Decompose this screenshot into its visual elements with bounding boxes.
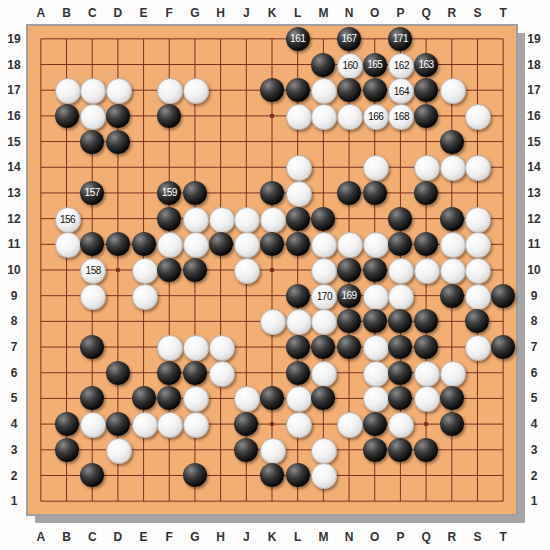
point-T1[interactable] — [490, 488, 516, 514]
point-B16[interactable] — [54, 103, 80, 129]
point-R1[interactable] — [439, 488, 465, 514]
point-M17[interactable] — [311, 77, 337, 103]
point-Q4[interactable] — [413, 411, 439, 437]
point-H10[interactable] — [208, 257, 234, 283]
point-H7[interactable] — [208, 334, 234, 360]
point-A18[interactable] — [28, 52, 54, 78]
point-C1[interactable] — [79, 488, 105, 514]
point-K5[interactable] — [259, 386, 285, 412]
point-S12[interactable] — [465, 206, 491, 232]
point-H19[interactable] — [208, 26, 234, 52]
point-R8[interactable] — [439, 309, 465, 335]
point-N19[interactable]: 167 — [336, 26, 362, 52]
point-C15[interactable] — [79, 129, 105, 155]
point-H8[interactable] — [208, 309, 234, 335]
point-F4[interactable] — [156, 411, 182, 437]
point-R15[interactable] — [439, 129, 465, 155]
point-T13[interactable] — [490, 180, 516, 206]
point-M7[interactable] — [311, 334, 337, 360]
point-M3[interactable] — [311, 437, 337, 463]
point-N18[interactable]: 160 — [336, 52, 362, 78]
point-C13[interactable]: 157 — [79, 180, 105, 206]
point-A5[interactable] — [28, 386, 54, 412]
point-T19[interactable] — [490, 26, 516, 52]
point-H11[interactable] — [208, 231, 234, 257]
point-T14[interactable] — [490, 154, 516, 180]
point-F7[interactable] — [156, 334, 182, 360]
point-J5[interactable] — [233, 386, 259, 412]
point-N12[interactable] — [336, 206, 362, 232]
point-K1[interactable] — [259, 488, 285, 514]
point-K9[interactable] — [259, 283, 285, 309]
point-N9[interactable]: 169 — [336, 283, 362, 309]
point-E15[interactable] — [131, 129, 157, 155]
point-C5[interactable] — [79, 386, 105, 412]
point-O12[interactable] — [362, 206, 388, 232]
point-K8[interactable] — [259, 309, 285, 335]
point-G2[interactable] — [182, 463, 208, 489]
point-O15[interactable] — [362, 129, 388, 155]
point-E5[interactable] — [131, 386, 157, 412]
point-L10[interactable] — [285, 257, 311, 283]
point-R9[interactable] — [439, 283, 465, 309]
point-T6[interactable] — [490, 360, 516, 386]
point-D11[interactable] — [105, 231, 131, 257]
point-E7[interactable] — [131, 334, 157, 360]
point-A12[interactable] — [28, 206, 54, 232]
point-C17[interactable] — [79, 77, 105, 103]
point-S8[interactable] — [465, 309, 491, 335]
point-P9[interactable] — [388, 283, 414, 309]
point-F2[interactable] — [156, 463, 182, 489]
point-R5[interactable] — [439, 386, 465, 412]
point-P14[interactable] — [388, 154, 414, 180]
point-N15[interactable] — [336, 129, 362, 155]
point-E13[interactable] — [131, 180, 157, 206]
point-H12[interactable] — [208, 206, 234, 232]
point-D18[interactable] — [105, 52, 131, 78]
point-L14[interactable] — [285, 154, 311, 180]
point-G16[interactable] — [182, 103, 208, 129]
point-J10[interactable] — [233, 257, 259, 283]
point-A7[interactable] — [28, 334, 54, 360]
point-B14[interactable] — [54, 154, 80, 180]
point-H5[interactable] — [208, 386, 234, 412]
point-O16[interactable]: 166 — [362, 103, 388, 129]
point-J4[interactable] — [233, 411, 259, 437]
point-S11[interactable] — [465, 231, 491, 257]
point-G4[interactable] — [182, 411, 208, 437]
point-E8[interactable] — [131, 309, 157, 335]
point-G3[interactable] — [182, 437, 208, 463]
point-K13[interactable] — [259, 180, 285, 206]
point-H13[interactable] — [208, 180, 234, 206]
point-E18[interactable] — [131, 52, 157, 78]
point-D13[interactable] — [105, 180, 131, 206]
point-H17[interactable] — [208, 77, 234, 103]
point-F16[interactable] — [156, 103, 182, 129]
point-P10[interactable] — [388, 257, 414, 283]
point-N5[interactable] — [336, 386, 362, 412]
point-S15[interactable] — [465, 129, 491, 155]
point-A2[interactable] — [28, 463, 54, 489]
point-C7[interactable] — [79, 334, 105, 360]
point-B3[interactable] — [54, 437, 80, 463]
point-Q16[interactable] — [413, 103, 439, 129]
point-L3[interactable] — [285, 437, 311, 463]
point-K18[interactable] — [259, 52, 285, 78]
point-S19[interactable] — [465, 26, 491, 52]
point-S7[interactable] — [465, 334, 491, 360]
point-B19[interactable] — [54, 26, 80, 52]
point-S5[interactable] — [465, 386, 491, 412]
point-L11[interactable] — [285, 231, 311, 257]
point-L1[interactable] — [285, 488, 311, 514]
point-S9[interactable] — [465, 283, 491, 309]
point-N6[interactable] — [336, 360, 362, 386]
point-C12[interactable] — [79, 206, 105, 232]
point-Q8[interactable] — [413, 309, 439, 335]
point-S13[interactable] — [465, 180, 491, 206]
point-M4[interactable] — [311, 411, 337, 437]
point-J9[interactable] — [233, 283, 259, 309]
point-C19[interactable] — [79, 26, 105, 52]
point-Q5[interactable] — [413, 386, 439, 412]
point-H1[interactable] — [208, 488, 234, 514]
point-E14[interactable] — [131, 154, 157, 180]
point-H3[interactable] — [208, 437, 234, 463]
point-G10[interactable] — [182, 257, 208, 283]
point-R7[interactable] — [439, 334, 465, 360]
point-C4[interactable] — [79, 411, 105, 437]
point-J15[interactable] — [233, 129, 259, 155]
point-P7[interactable] — [388, 334, 414, 360]
point-E4[interactable] — [131, 411, 157, 437]
point-R16[interactable] — [439, 103, 465, 129]
point-H16[interactable] — [208, 103, 234, 129]
point-G11[interactable] — [182, 231, 208, 257]
point-F3[interactable] — [156, 437, 182, 463]
point-R10[interactable] — [439, 257, 465, 283]
point-O11[interactable] — [362, 231, 388, 257]
point-G19[interactable] — [182, 26, 208, 52]
point-M18[interactable] — [311, 52, 337, 78]
point-P8[interactable] — [388, 309, 414, 335]
point-S14[interactable] — [465, 154, 491, 180]
point-A17[interactable] — [28, 77, 54, 103]
point-A6[interactable] — [28, 360, 54, 386]
point-P17[interactable]: 164 — [388, 77, 414, 103]
point-S6[interactable] — [465, 360, 491, 386]
point-R3[interactable] — [439, 437, 465, 463]
point-G14[interactable] — [182, 154, 208, 180]
point-N8[interactable] — [336, 309, 362, 335]
point-F14[interactable] — [156, 154, 182, 180]
point-C8[interactable] — [79, 309, 105, 335]
point-N17[interactable] — [336, 77, 362, 103]
point-A15[interactable] — [28, 129, 54, 155]
point-M16[interactable] — [311, 103, 337, 129]
point-Q10[interactable] — [413, 257, 439, 283]
point-P6[interactable] — [388, 360, 414, 386]
point-N3[interactable] — [336, 437, 362, 463]
point-P12[interactable] — [388, 206, 414, 232]
point-L17[interactable] — [285, 77, 311, 103]
point-F11[interactable] — [156, 231, 182, 257]
point-R2[interactable] — [439, 463, 465, 489]
point-Q6[interactable] — [413, 360, 439, 386]
point-F8[interactable] — [156, 309, 182, 335]
point-C16[interactable] — [79, 103, 105, 129]
point-T15[interactable] — [490, 129, 516, 155]
point-E16[interactable] — [131, 103, 157, 129]
point-R17[interactable] — [439, 77, 465, 103]
point-O10[interactable] — [362, 257, 388, 283]
point-G17[interactable] — [182, 77, 208, 103]
point-E12[interactable] — [131, 206, 157, 232]
point-B2[interactable] — [54, 463, 80, 489]
point-H18[interactable] — [208, 52, 234, 78]
point-T3[interactable] — [490, 437, 516, 463]
point-M9[interactable]: 170 — [311, 283, 337, 309]
point-A14[interactable] — [28, 154, 54, 180]
point-H2[interactable] — [208, 463, 234, 489]
point-D6[interactable] — [105, 360, 131, 386]
point-C2[interactable] — [79, 463, 105, 489]
point-J19[interactable] — [233, 26, 259, 52]
point-O8[interactable] — [362, 309, 388, 335]
point-O7[interactable] — [362, 334, 388, 360]
point-A3[interactable] — [28, 437, 54, 463]
point-J8[interactable] — [233, 309, 259, 335]
point-B13[interactable] — [54, 180, 80, 206]
point-D7[interactable] — [105, 334, 131, 360]
point-T18[interactable] — [490, 52, 516, 78]
point-L15[interactable] — [285, 129, 311, 155]
point-M10[interactable] — [311, 257, 337, 283]
point-K12[interactable] — [259, 206, 285, 232]
point-E3[interactable] — [131, 437, 157, 463]
point-C18[interactable] — [79, 52, 105, 78]
point-K17[interactable] — [259, 77, 285, 103]
point-P15[interactable] — [388, 129, 414, 155]
point-O5[interactable] — [362, 386, 388, 412]
point-O4[interactable] — [362, 411, 388, 437]
point-O18[interactable]: 165 — [362, 52, 388, 78]
point-O3[interactable] — [362, 437, 388, 463]
point-D2[interactable] — [105, 463, 131, 489]
point-N1[interactable] — [336, 488, 362, 514]
point-L7[interactable] — [285, 334, 311, 360]
point-M12[interactable] — [311, 206, 337, 232]
point-B6[interactable] — [54, 360, 80, 386]
point-R13[interactable] — [439, 180, 465, 206]
point-T11[interactable] — [490, 231, 516, 257]
point-B8[interactable] — [54, 309, 80, 335]
point-B1[interactable] — [54, 488, 80, 514]
point-T16[interactable] — [490, 103, 516, 129]
point-D5[interactable] — [105, 386, 131, 412]
point-R4[interactable] — [439, 411, 465, 437]
point-A1[interactable] — [28, 488, 54, 514]
point-L9[interactable] — [285, 283, 311, 309]
point-G15[interactable] — [182, 129, 208, 155]
point-B18[interactable] — [54, 52, 80, 78]
point-J1[interactable] — [233, 488, 259, 514]
point-D9[interactable] — [105, 283, 131, 309]
point-G6[interactable] — [182, 360, 208, 386]
point-Q15[interactable] — [413, 129, 439, 155]
point-Q9[interactable] — [413, 283, 439, 309]
point-A13[interactable] — [28, 180, 54, 206]
point-J6[interactable] — [233, 360, 259, 386]
point-S18[interactable] — [465, 52, 491, 78]
point-O9[interactable] — [362, 283, 388, 309]
point-F19[interactable] — [156, 26, 182, 52]
point-E10[interactable] — [131, 257, 157, 283]
point-E17[interactable] — [131, 77, 157, 103]
point-L13[interactable] — [285, 180, 311, 206]
point-T7[interactable] — [490, 334, 516, 360]
point-F6[interactable] — [156, 360, 182, 386]
point-Q11[interactable] — [413, 231, 439, 257]
point-D1[interactable] — [105, 488, 131, 514]
point-M15[interactable] — [311, 129, 337, 155]
point-A8[interactable] — [28, 309, 54, 335]
point-F1[interactable] — [156, 488, 182, 514]
point-T17[interactable] — [490, 77, 516, 103]
point-S16[interactable] — [465, 103, 491, 129]
point-C6[interactable] — [79, 360, 105, 386]
point-B17[interactable] — [54, 77, 80, 103]
point-B12[interactable]: 156 — [54, 206, 80, 232]
point-K7[interactable] — [259, 334, 285, 360]
point-A4[interactable] — [28, 411, 54, 437]
point-K6[interactable] — [259, 360, 285, 386]
point-L18[interactable] — [285, 52, 311, 78]
point-E19[interactable] — [131, 26, 157, 52]
point-P4[interactable] — [388, 411, 414, 437]
point-N13[interactable] — [336, 180, 362, 206]
point-N10[interactable] — [336, 257, 362, 283]
point-N11[interactable] — [336, 231, 362, 257]
point-L19[interactable]: 161 — [285, 26, 311, 52]
point-L8[interactable] — [285, 309, 311, 335]
point-O13[interactable] — [362, 180, 388, 206]
point-K14[interactable] — [259, 154, 285, 180]
point-L16[interactable] — [285, 103, 311, 129]
point-D4[interactable] — [105, 411, 131, 437]
point-N14[interactable] — [336, 154, 362, 180]
point-N16[interactable] — [336, 103, 362, 129]
point-H6[interactable] — [208, 360, 234, 386]
point-M5[interactable] — [311, 386, 337, 412]
point-G13[interactable] — [182, 180, 208, 206]
point-C10[interactable]: 158 — [79, 257, 105, 283]
point-F10[interactable] — [156, 257, 182, 283]
point-J7[interactable] — [233, 334, 259, 360]
point-H14[interactable] — [208, 154, 234, 180]
point-Q1[interactable] — [413, 488, 439, 514]
point-C11[interactable] — [79, 231, 105, 257]
point-P11[interactable] — [388, 231, 414, 257]
point-T5[interactable] — [490, 386, 516, 412]
point-T10[interactable] — [490, 257, 516, 283]
point-G1[interactable] — [182, 488, 208, 514]
point-T2[interactable] — [490, 463, 516, 489]
point-D16[interactable] — [105, 103, 131, 129]
point-F17[interactable] — [156, 77, 182, 103]
point-Q12[interactable] — [413, 206, 439, 232]
point-M13[interactable] — [311, 180, 337, 206]
point-R18[interactable] — [439, 52, 465, 78]
point-Q3[interactable] — [413, 437, 439, 463]
point-S17[interactable] — [465, 77, 491, 103]
point-E9[interactable] — [131, 283, 157, 309]
point-B5[interactable] — [54, 386, 80, 412]
point-K3[interactable] — [259, 437, 285, 463]
point-J11[interactable] — [233, 231, 259, 257]
point-N2[interactable] — [336, 463, 362, 489]
point-F15[interactable] — [156, 129, 182, 155]
point-A16[interactable] — [28, 103, 54, 129]
point-H15[interactable] — [208, 129, 234, 155]
point-F12[interactable] — [156, 206, 182, 232]
point-M8[interactable] — [311, 309, 337, 335]
point-D15[interactable] — [105, 129, 131, 155]
point-M14[interactable] — [311, 154, 337, 180]
point-Q14[interactable] — [413, 154, 439, 180]
point-T9[interactable] — [490, 283, 516, 309]
point-S4[interactable] — [465, 411, 491, 437]
point-T8[interactable] — [490, 309, 516, 335]
point-O14[interactable] — [362, 154, 388, 180]
point-J16[interactable] — [233, 103, 259, 129]
point-N4[interactable] — [336, 411, 362, 437]
point-F5[interactable] — [156, 386, 182, 412]
point-P3[interactable] — [388, 437, 414, 463]
point-C3[interactable] — [79, 437, 105, 463]
point-C14[interactable] — [79, 154, 105, 180]
point-Q19[interactable] — [413, 26, 439, 52]
point-J2[interactable] — [233, 463, 259, 489]
point-L6[interactable] — [285, 360, 311, 386]
point-P1[interactable] — [388, 488, 414, 514]
point-O2[interactable] — [362, 463, 388, 489]
point-O6[interactable] — [362, 360, 388, 386]
point-D3[interactable] — [105, 437, 131, 463]
point-J13[interactable] — [233, 180, 259, 206]
point-B10[interactable] — [54, 257, 80, 283]
point-Q7[interactable] — [413, 334, 439, 360]
point-C9[interactable] — [79, 283, 105, 309]
point-A9[interactable] — [28, 283, 54, 309]
point-D8[interactable] — [105, 309, 131, 335]
point-F18[interactable] — [156, 52, 182, 78]
point-Q18[interactable]: 163 — [413, 52, 439, 78]
point-E6[interactable] — [131, 360, 157, 386]
point-J18[interactable] — [233, 52, 259, 78]
point-D10[interactable] — [105, 257, 131, 283]
point-Q13[interactable] — [413, 180, 439, 206]
point-D17[interactable] — [105, 77, 131, 103]
point-K10[interactable] — [259, 257, 285, 283]
point-R12[interactable] — [439, 206, 465, 232]
point-J17[interactable] — [233, 77, 259, 103]
point-H4[interactable] — [208, 411, 234, 437]
point-S1[interactable] — [465, 488, 491, 514]
point-K11[interactable] — [259, 231, 285, 257]
